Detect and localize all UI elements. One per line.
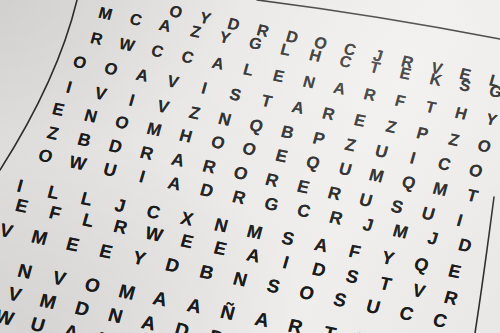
word-search-photo: OYDRDOCJRVELMCAZYGLHCTEKSGRWCCALENARFTHY… (0, 0, 500, 333)
cell-r12c9: R (275, 311, 316, 333)
cell-r13c7: D (195, 322, 236, 333)
cell-r12c11: N (342, 325, 383, 333)
cell-r13c6: D (162, 314, 203, 333)
cell-r12c10: T (308, 318, 349, 333)
cell-r14c2: U (17, 309, 58, 333)
cell-r14c3: A (51, 316, 92, 333)
cell-r14c4: N (84, 324, 125, 333)
puzzle-border-right (475, 197, 494, 333)
